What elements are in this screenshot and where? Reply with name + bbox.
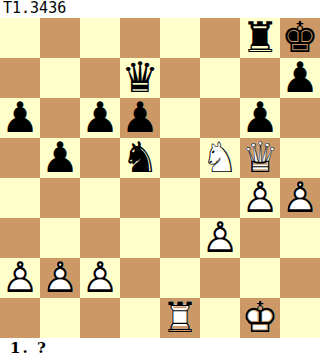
white-pawn: ♙ (40, 258, 80, 298)
square-h3[interactable] (280, 218, 320, 258)
square-b5[interactable]: ♟ (40, 138, 80, 178)
black-queen: ♛ (120, 58, 160, 98)
square-e5[interactable] (160, 138, 200, 178)
square-e6[interactable] (160, 98, 200, 138)
square-h7[interactable]: ♟ (280, 58, 320, 98)
black-knight: ♞ (120, 138, 160, 178)
square-a3[interactable] (0, 218, 40, 258)
square-c4[interactable] (80, 178, 120, 218)
square-c7[interactable] (80, 58, 120, 98)
black-pawn: ♟ (240, 98, 280, 138)
square-d3[interactable] (120, 218, 160, 258)
square-c1[interactable] (80, 298, 120, 338)
square-c3[interactable] (80, 218, 120, 258)
white-knight: ♘ (200, 138, 240, 178)
square-d1[interactable] (120, 298, 160, 338)
square-h5[interactable] (280, 138, 320, 178)
square-e4[interactable] (160, 178, 200, 218)
square-f6[interactable] (200, 98, 240, 138)
black-pawn: ♟ (280, 58, 320, 98)
white-pawn: ♙ (0, 258, 40, 298)
square-g7[interactable] (240, 58, 280, 98)
square-b1[interactable] (40, 298, 80, 338)
black-pawn: ♟ (120, 98, 160, 138)
square-g8[interactable]: ♜ (240, 18, 280, 58)
square-b2[interactable]: ♙ (40, 258, 80, 298)
square-c8[interactable] (80, 18, 120, 58)
square-a6[interactable]: ♟ (0, 98, 40, 138)
square-d4[interactable] (120, 178, 160, 218)
square-b8[interactable] (40, 18, 80, 58)
square-g1[interactable]: ♔ (240, 298, 280, 338)
square-g4[interactable]: ♙ (240, 178, 280, 218)
square-f4[interactable] (200, 178, 240, 218)
square-d7[interactable]: ♛ (120, 58, 160, 98)
square-h2[interactable] (280, 258, 320, 298)
square-c5[interactable] (80, 138, 120, 178)
square-f2[interactable] (200, 258, 240, 298)
white-rook: ♖ (160, 298, 200, 338)
square-e3[interactable] (160, 218, 200, 258)
square-g3[interactable] (240, 218, 280, 258)
square-f5[interactable]: ♘ (200, 138, 240, 178)
square-f7[interactable] (200, 58, 240, 98)
square-e1[interactable]: ♖ (160, 298, 200, 338)
square-b4[interactable] (40, 178, 80, 218)
square-h1[interactable] (280, 298, 320, 338)
square-a2[interactable]: ♙ (0, 258, 40, 298)
square-e8[interactable] (160, 18, 200, 58)
square-f8[interactable] (200, 18, 240, 58)
square-g5[interactable]: ♕ (240, 138, 280, 178)
black-pawn: ♟ (40, 138, 80, 178)
square-a4[interactable] (0, 178, 40, 218)
square-h8[interactable]: ♚ (280, 18, 320, 58)
black-pawn: ♟ (80, 98, 120, 138)
square-a7[interactable] (0, 58, 40, 98)
white-pawn: ♙ (80, 258, 120, 298)
white-pawn: ♙ (200, 218, 240, 258)
square-d2[interactable] (120, 258, 160, 298)
square-a1[interactable] (0, 298, 40, 338)
square-f3[interactable]: ♙ (200, 218, 240, 258)
square-b6[interactable] (40, 98, 80, 138)
square-e7[interactable] (160, 58, 200, 98)
square-h6[interactable] (280, 98, 320, 138)
square-b7[interactable] (40, 58, 80, 98)
white-pawn: ♙ (240, 178, 280, 218)
chess-puzzle-page: T1.3436 ♜♚♛♟♟♟♟♟♟♞♘♕♙♙♙♙♙♙♖♔ 1. ? (0, 0, 320, 360)
white-king: ♔ (240, 298, 280, 338)
square-d6[interactable]: ♟ (120, 98, 160, 138)
square-h4[interactable]: ♙ (280, 178, 320, 218)
square-g2[interactable] (240, 258, 280, 298)
black-pawn: ♟ (0, 98, 40, 138)
square-a8[interactable] (0, 18, 40, 58)
black-rook: ♜ (240, 18, 280, 58)
chess-board: ♜♚♛♟♟♟♟♟♟♞♘♕♙♙♙♙♙♙♖♔ (0, 18, 320, 338)
square-d8[interactable] (120, 18, 160, 58)
square-a5[interactable] (0, 138, 40, 178)
white-queen: ♕ (240, 138, 280, 178)
square-f1[interactable] (200, 298, 240, 338)
square-e2[interactable] (160, 258, 200, 298)
square-c2[interactable]: ♙ (80, 258, 120, 298)
square-b3[interactable] (40, 218, 80, 258)
square-d5[interactable]: ♞ (120, 138, 160, 178)
white-pawn: ♙ (280, 178, 320, 218)
black-king: ♚ (280, 18, 320, 58)
square-c6[interactable]: ♟ (80, 98, 120, 138)
square-g6[interactable]: ♟ (240, 98, 280, 138)
